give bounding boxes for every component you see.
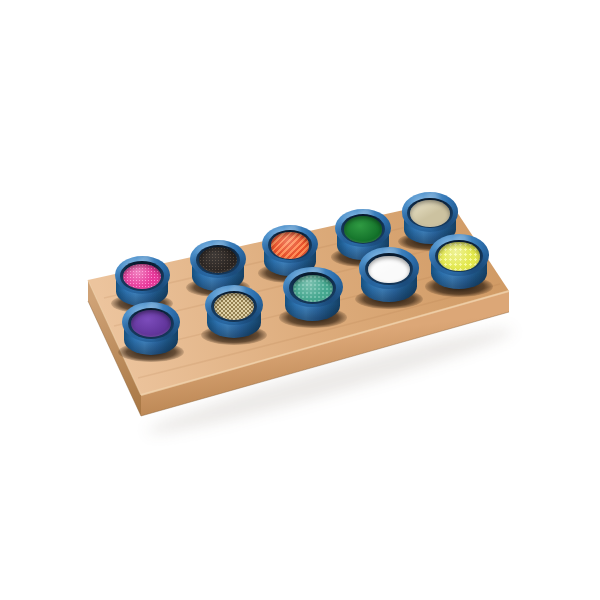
cylinder-yellow[interactable] (429, 234, 489, 289)
texture-pad-orange (271, 232, 310, 258)
cylinder-pink[interactable] (115, 256, 170, 306)
texture-pad-green (344, 216, 383, 242)
texture-pad-tan (214, 293, 254, 320)
texture-pad-pink (123, 264, 161, 290)
cylinder-purple[interactable] (122, 302, 180, 355)
texture-pad-yellow (438, 242, 480, 270)
texture-pad-white (368, 256, 409, 284)
cylinder-black[interactable] (190, 240, 246, 291)
texture-pad-purple (131, 310, 171, 337)
cylinder-white[interactable] (359, 247, 419, 302)
texture-pad-cream (410, 200, 449, 227)
cylinder-teal[interactable] (283, 267, 342, 321)
product-photo-canvas (0, 0, 600, 600)
cylinder-tan[interactable] (205, 285, 263, 338)
